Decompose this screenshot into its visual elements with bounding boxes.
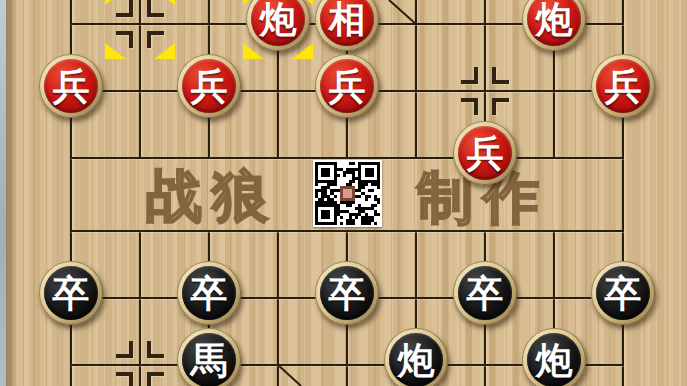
red-soldier-piece[interactable]: 兵: [177, 54, 241, 118]
black-soldier-piece[interactable]: 卒: [39, 261, 103, 325]
black-soldier-piece[interactable]: 卒: [591, 261, 655, 325]
piece-face: 兵: [458, 126, 512, 180]
red-soldier-piece[interactable]: 兵: [453, 121, 517, 185]
piece-face: 卒: [596, 266, 650, 320]
black-soldier-piece[interactable]: 卒: [453, 261, 517, 325]
piece-face: 卒: [320, 266, 374, 320]
piece-glyph: 炮: [536, 1, 573, 38]
last-move-highlight: [105, 0, 175, 59]
piece-face: 馬: [182, 333, 236, 386]
piece-face: 炮: [389, 333, 443, 386]
qr-module: [377, 222, 380, 225]
window-left-edge: [0, 0, 6, 386]
piece-face: 相: [320, 0, 374, 46]
piece-glyph: 卒: [329, 275, 366, 312]
black-horse-piece[interactable]: 馬: [177, 328, 241, 386]
highlight-corner-triangle: [105, 43, 126, 59]
qr-code: [313, 160, 382, 227]
piece-glyph: 兵: [191, 68, 228, 105]
piece-glyph: 兵: [53, 68, 90, 105]
point-marker-bracket: [116, 341, 133, 358]
point-marker-bracket: [116, 372, 133, 386]
piece-glyph: 兵: [467, 135, 504, 172]
piece-glyph: 兵: [329, 68, 366, 105]
highlight-corner-triangle: [154, 0, 175, 5]
piece-face: 兵: [596, 59, 650, 113]
red-soldier-piece[interactable]: 兵: [591, 54, 655, 118]
point-marker-bracket: [461, 67, 478, 84]
piece-glyph: 相: [329, 1, 366, 38]
highlight-corner-triangle: [105, 0, 126, 5]
point-marker-bracket: [147, 341, 164, 358]
red-soldier-piece[interactable]: 兵: [39, 54, 103, 118]
board-edge-shadow: [6, 0, 17, 386]
point-marker-bracket: [492, 67, 509, 84]
point-marker-bracket: [492, 98, 509, 115]
xiangqi-board[interactable]: 战狼 制作 炮相炮兵兵兵兵兵卒卒卒卒卒馬炮炮: [0, 0, 687, 386]
piece-face: 炮: [527, 0, 581, 46]
piece-glyph: 炮: [260, 1, 297, 38]
piece-face: 卒: [182, 266, 236, 320]
point-marker-bracket: [461, 98, 478, 115]
piece-glyph: 卒: [467, 275, 504, 312]
xiangqi-app-window: 战狼 制作 炮相炮兵兵兵兵兵卒卒卒卒卒馬炮炮: [0, 0, 687, 386]
black-cannon-piece[interactable]: 炮: [522, 328, 586, 386]
piece-glyph: 兵: [605, 68, 642, 105]
piece-face: 兵: [182, 59, 236, 113]
black-soldier-piece[interactable]: 卒: [177, 261, 241, 325]
point-marker: [116, 341, 164, 386]
piece-glyph: 卒: [191, 275, 228, 312]
piece-face: 兵: [44, 59, 98, 113]
point-marker: [461, 67, 509, 115]
piece-glyph: 馬: [191, 342, 228, 379]
piece-face: 卒: [44, 266, 98, 320]
watermark-left: 战狼: [146, 166, 278, 226]
piece-glyph: 卒: [53, 275, 90, 312]
highlight-corner-triangle: [154, 43, 175, 59]
piece-face: 兵: [320, 59, 374, 113]
piece-face: 炮: [527, 333, 581, 386]
piece-glyph: 卒: [605, 275, 642, 312]
piece-face: 炮: [251, 0, 305, 46]
point-marker-bracket: [147, 372, 164, 386]
piece-face: 卒: [458, 266, 512, 320]
piece-glyph: 炮: [536, 342, 573, 379]
red-soldier-piece[interactable]: 兵: [315, 54, 379, 118]
black-soldier-piece[interactable]: 卒: [315, 261, 379, 325]
black-cannon-piece[interactable]: 炮: [384, 328, 448, 386]
piece-glyph: 炮: [398, 342, 435, 379]
